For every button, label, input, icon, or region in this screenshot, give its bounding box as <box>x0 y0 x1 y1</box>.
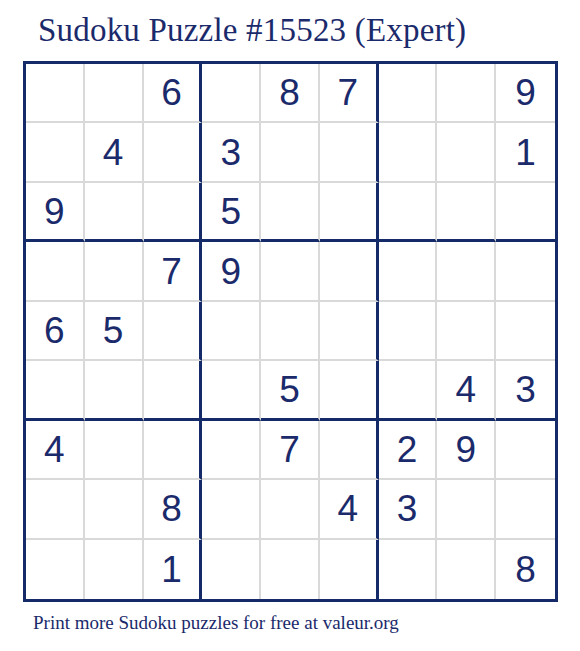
sudoku-cell-r8c5 <box>261 480 320 539</box>
sudoku-cell-r2c7 <box>379 123 438 182</box>
sudoku-cell-r7c4 <box>202 421 261 480</box>
sudoku-cell-r4c3: 7 <box>144 242 203 301</box>
sudoku-cell-r2c5 <box>261 123 320 182</box>
footer-note: Print more Sudoku puzzles for free at va… <box>33 612 399 634</box>
sudoku-cell-r5c2: 5 <box>85 302 144 361</box>
sudoku-cell-r9c1 <box>26 540 85 599</box>
sudoku-cell-r6c5: 5 <box>261 361 320 420</box>
sudoku-page: Sudoku Puzzle #15523 (Expert) 6879431957… <box>0 0 580 651</box>
sudoku-cell-r5c7 <box>379 302 438 361</box>
sudoku-cell-r7c2 <box>85 421 144 480</box>
sudoku-cell-r8c7: 3 <box>379 480 438 539</box>
sudoku-cell-r3c7 <box>379 183 438 242</box>
sudoku-cell-r2c3 <box>144 123 203 182</box>
sudoku-cell-r7c8: 9 <box>437 421 496 480</box>
sudoku-cell-r9c7 <box>379 540 438 599</box>
sudoku-cell-r1c6: 7 <box>320 64 379 123</box>
sudoku-cell-r1c1 <box>26 64 85 123</box>
sudoku-cell-r3c5 <box>261 183 320 242</box>
sudoku-cell-r2c2: 4 <box>85 123 144 182</box>
sudoku-cell-r1c7 <box>379 64 438 123</box>
sudoku-cell-r7c9 <box>496 421 555 480</box>
sudoku-cell-r8c4 <box>202 480 261 539</box>
sudoku-cell-r5c1: 6 <box>26 302 85 361</box>
sudoku-cell-r9c9: 8 <box>496 540 555 599</box>
sudoku-cell-r6c9: 3 <box>496 361 555 420</box>
sudoku-cell-r2c4: 3 <box>202 123 261 182</box>
sudoku-cell-r7c7: 2 <box>379 421 438 480</box>
sudoku-cell-r3c6 <box>320 183 379 242</box>
sudoku-cell-r7c6 <box>320 421 379 480</box>
sudoku-cell-r1c9: 9 <box>496 64 555 123</box>
sudoku-cell-r2c1 <box>26 123 85 182</box>
sudoku-cell-r4c1 <box>26 242 85 301</box>
page-title: Sudoku Puzzle #15523 (Expert) <box>38 12 466 49</box>
sudoku-cell-r4c9 <box>496 242 555 301</box>
sudoku-cell-r8c3: 8 <box>144 480 203 539</box>
sudoku-cell-r9c8 <box>437 540 496 599</box>
sudoku-cell-r9c3: 1 <box>144 540 203 599</box>
sudoku-cell-r5c6 <box>320 302 379 361</box>
sudoku-cell-r5c4 <box>202 302 261 361</box>
sudoku-cell-r9c6 <box>320 540 379 599</box>
sudoku-cell-r1c2 <box>85 64 144 123</box>
sudoku-cell-r3c2 <box>85 183 144 242</box>
sudoku-cell-r4c4: 9 <box>202 242 261 301</box>
sudoku-cell-r4c8 <box>437 242 496 301</box>
sudoku-cell-r5c9 <box>496 302 555 361</box>
sudoku-cell-r1c3: 6 <box>144 64 203 123</box>
sudoku-cell-r6c6 <box>320 361 379 420</box>
sudoku-cell-r7c3 <box>144 421 203 480</box>
sudoku-cell-r3c9 <box>496 183 555 242</box>
sudoku-cell-r8c1 <box>26 480 85 539</box>
sudoku-cell-r9c5 <box>261 540 320 599</box>
sudoku-cell-r5c5 <box>261 302 320 361</box>
sudoku-cell-r2c6 <box>320 123 379 182</box>
sudoku-cell-r4c6 <box>320 242 379 301</box>
sudoku-cell-r6c8: 4 <box>437 361 496 420</box>
sudoku-cell-r7c5: 7 <box>261 421 320 480</box>
sudoku-cell-r6c1 <box>26 361 85 420</box>
sudoku-cell-r8c9 <box>496 480 555 539</box>
sudoku-cell-r6c2 <box>85 361 144 420</box>
sudoku-cell-r4c7 <box>379 242 438 301</box>
sudoku-cell-r1c4 <box>202 64 261 123</box>
sudoku-cell-r8c8 <box>437 480 496 539</box>
sudoku-cell-r1c8 <box>437 64 496 123</box>
sudoku-cell-r3c1: 9 <box>26 183 85 242</box>
sudoku-cell-r5c3 <box>144 302 203 361</box>
sudoku-cell-r9c2 <box>85 540 144 599</box>
sudoku-cell-r3c8 <box>437 183 496 242</box>
sudoku-cell-r7c1: 4 <box>26 421 85 480</box>
sudoku-cell-r4c5 <box>261 242 320 301</box>
sudoku-cell-r3c4: 5 <box>202 183 261 242</box>
sudoku-cell-r6c4 <box>202 361 261 420</box>
sudoku-cell-r5c8 <box>437 302 496 361</box>
sudoku-cell-r4c2 <box>85 242 144 301</box>
sudoku-cell-r3c3 <box>144 183 203 242</box>
sudoku-cell-r6c7 <box>379 361 438 420</box>
sudoku-cell-r8c6: 4 <box>320 480 379 539</box>
sudoku-grid: 6879431957965543472984318 <box>23 61 558 602</box>
sudoku-cell-r2c8 <box>437 123 496 182</box>
sudoku-cell-r6c3 <box>144 361 203 420</box>
sudoku-cell-r9c4 <box>202 540 261 599</box>
sudoku-cell-r2c9: 1 <box>496 123 555 182</box>
sudoku-cell-r8c2 <box>85 480 144 539</box>
sudoku-cell-r1c5: 8 <box>261 64 320 123</box>
